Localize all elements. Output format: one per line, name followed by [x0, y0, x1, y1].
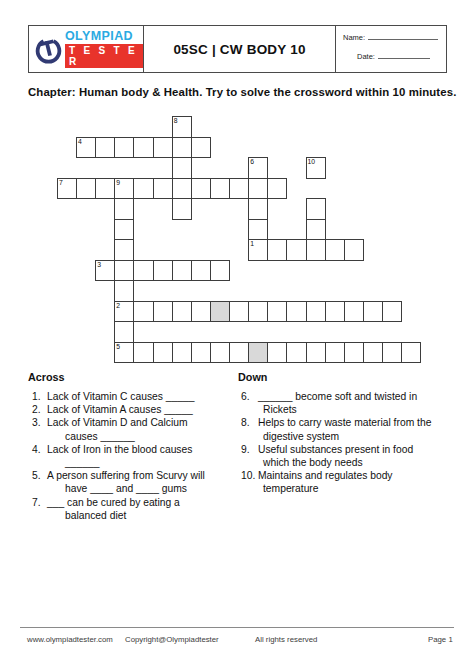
clue-text-line: digestive system [258, 430, 452, 443]
grid-cell-r9-c9[interactable] [229, 301, 249, 323]
clue-number-6: 6 [250, 159, 254, 166]
across-clue-list: 1.Lack of Vitamin C causes _____2.Lack o… [28, 390, 240, 522]
clue-text-line: which the body needs [258, 456, 452, 469]
grid-cell-r7-c3[interactable] [114, 260, 134, 282]
down-heading: Down [238, 371, 452, 383]
grid-cell-r11-c15[interactable] [344, 342, 364, 364]
grid-cell-r11-c16[interactable] [363, 342, 383, 364]
grid-cell-r11-c6[interactable] [172, 342, 192, 364]
grid-cell-r4-c6[interactable] [172, 198, 192, 220]
footer-copyright: Copyright@Olympiadtester [125, 635, 219, 644]
clue-number-1: 1 [250, 241, 254, 248]
grid-cell-r11-c11[interactable] [267, 342, 287, 364]
grid-cell-r6-c13[interactable] [306, 239, 326, 261]
grid-cell-r1-c5[interactable] [153, 137, 173, 159]
grid-cell-r3-c11[interactable] [267, 178, 287, 200]
grid-cell-r9-c4[interactable] [133, 301, 153, 323]
grid-cell-r11-c18[interactable] [401, 342, 421, 364]
grid-cell-r9-c11[interactable] [267, 301, 287, 323]
grid-cell-r9-c17[interactable] [382, 301, 402, 323]
clue-label: 1. [32, 390, 47, 403]
across-clue-7: 7.___ can be cured by eating abalanced d… [28, 496, 240, 522]
grid-cell-r7-c6[interactable] [172, 260, 192, 282]
grid-cell-r9-c8[interactable] [210, 301, 230, 323]
grid-cell-r9-c6[interactable] [172, 301, 192, 323]
clue-label: 6. [241, 390, 258, 416]
across-heading: Across [28, 371, 240, 383]
clue-label: 4. [32, 443, 47, 469]
across-clue-1: 1.Lack of Vitamin C causes _____ [28, 390, 240, 403]
crossword-grid: 84610791325 [0, 0, 474, 663]
clue-text-line: Useful substances present in food [258, 443, 452, 456]
clue-number-8: 8 [174, 118, 178, 125]
grid-cell-r1-c6[interactable] [172, 137, 192, 159]
clue-label: 9. [241, 443, 258, 469]
clue-text-line: Lack of Iron in the blood causes [47, 443, 240, 456]
clue-text-line: causes ______ [47, 430, 240, 443]
grid-cell-r9-c5[interactable] [153, 301, 173, 323]
clue-number-2: 2 [116, 303, 120, 310]
grid-cell-r8-c3[interactable] [114, 280, 134, 302]
clue-text-line: Maintains and regulates body [258, 469, 452, 482]
grid-cell-r9-c7[interactable] [191, 301, 211, 323]
clue-text-line: Rickets [258, 403, 452, 416]
footer-divider [20, 627, 454, 628]
down-clue-10: 10.Maintains and regulates bodytemperatu… [238, 469, 452, 495]
across-clue-3: 3.Lack of Vitamin D and Calciumcauses __… [28, 416, 240, 442]
grid-cell-r11-c13[interactable] [306, 342, 326, 364]
grid-cell-r11-c8[interactable] [210, 342, 230, 364]
grid-cell-r9-c15[interactable] [344, 301, 364, 323]
clue-text-line: A person suffering from Scurvy will [47, 469, 240, 482]
grid-cell-r4-c13[interactable] [306, 198, 326, 220]
grid-cell-r9-c14[interactable] [325, 301, 345, 323]
grid-cell-r4-c10[interactable] [248, 198, 268, 220]
grid-cell-r11-c9[interactable] [229, 342, 249, 364]
grid-cell-r3-c10[interactable] [248, 178, 268, 200]
grid-cell-r11-c17[interactable] [382, 342, 402, 364]
worksheet-page: OLYMPIAD T E S T E R 05SC | CW BODY 10 N… [0, 0, 474, 663]
grid-cell-r7-c8[interactable] [210, 260, 230, 282]
clue-number-7: 7 [59, 180, 63, 187]
grid-cell-r3-c1[interactable] [76, 178, 96, 200]
clue-number-3: 3 [97, 262, 101, 269]
clue-label: 3. [32, 416, 47, 442]
grid-cell-r5-c10[interactable] [248, 219, 268, 241]
down-clue-list: 6.______ become soft and twisted inRicke… [238, 390, 452, 496]
clue-number-4: 4 [78, 139, 82, 146]
grid-cell-r3-c9[interactable] [229, 178, 249, 200]
grid-cell-r6-c11[interactable] [267, 239, 287, 261]
clue-number-9: 9 [116, 180, 120, 187]
clue-text-line: Lack of Vitamin A causes _____ [47, 403, 240, 416]
down-clue-8: 8.Helps to carry waste material from the… [238, 416, 452, 442]
across-clue-2: 2.Lack of Vitamin A causes _____ [28, 403, 240, 416]
grid-cell-r4-c3[interactable] [114, 198, 134, 220]
down-clue-9: 9.Useful substances present in foodwhich… [238, 443, 452, 469]
grid-cell-r9-c16[interactable] [363, 301, 383, 323]
clue-label: 7. [32, 496, 47, 522]
clue-label: 10. [241, 469, 258, 495]
grid-cell-r3-c2[interactable] [95, 178, 115, 200]
grid-cell-r3-c6[interactable] [172, 178, 192, 200]
grid-cell-r11-c10[interactable] [248, 342, 268, 364]
clue-text-line: ______ become soft and twisted in [258, 390, 452, 403]
across-clues: Across 1.Lack of Vitamin C causes _____2… [28, 371, 240, 522]
grid-cell-r1-c4[interactable] [133, 137, 153, 159]
down-clue-6: 6.______ become soft and twisted inRicke… [238, 390, 452, 416]
grid-cell-r6-c12[interactable] [286, 239, 306, 261]
grid-cell-r1-c2[interactable] [95, 137, 115, 159]
grid-cell-r7-c5[interactable] [153, 260, 173, 282]
footer-page-number: Page 1 [428, 635, 453, 644]
clue-label: 2. [32, 403, 47, 416]
clue-text-line: ___ can be cured by eating a [47, 496, 240, 509]
grid-cell-r7-c7[interactable] [191, 260, 211, 282]
grid-cell-r11-c14[interactable] [325, 342, 345, 364]
across-clue-5: 5.A person suffering from Scurvy willhav… [28, 469, 240, 495]
grid-cell-r11-c4[interactable] [133, 342, 153, 364]
across-clue-4: 4.Lack of Iron in the blood causes______ [28, 443, 240, 469]
grid-cell-r3-c4[interactable] [133, 178, 153, 200]
grid-cell-r3-c8[interactable] [210, 178, 230, 200]
grid-cell-r9-c10[interactable] [248, 301, 268, 323]
clue-text-line: Helps to carry waste material from the [258, 416, 452, 429]
clue-number-5: 5 [116, 344, 120, 351]
grid-cell-r3-c5[interactable] [153, 178, 173, 200]
grid-cell-r1-c3[interactable] [114, 137, 134, 159]
grid-cell-r11-c12[interactable] [286, 342, 306, 364]
grid-cell-r5-c3[interactable] [114, 219, 134, 241]
clue-text-line: Lack of Vitamin D and Calcium [47, 416, 240, 429]
grid-cell-r2-c6[interactable] [172, 157, 192, 179]
grid-cell-r6-c14[interactable] [325, 239, 345, 261]
grid-cell-r9-c13[interactable] [306, 301, 326, 323]
down-clues: Down 6.______ become soft and twisted in… [238, 371, 452, 496]
grid-cell-r6-c3[interactable] [114, 239, 134, 261]
grid-cell-r9-c12[interactable] [286, 301, 306, 323]
grid-cell-r10-c3[interactable] [114, 321, 134, 343]
grid-cell-r3-c7[interactable] [191, 178, 211, 200]
clue-text-line: balanced diet [47, 509, 240, 522]
grid-cell-r5-c13[interactable] [306, 219, 326, 241]
grid-cell-r11-c7[interactable] [191, 342, 211, 364]
footer-website: www.olympiadtester.com [27, 635, 113, 644]
clue-number-10: 10 [308, 159, 316, 166]
clue-label: 8. [241, 416, 258, 442]
clue-label: 5. [32, 469, 47, 495]
grid-cell-r11-c5[interactable] [153, 342, 173, 364]
clue-text-line: Lack of Vitamin C causes _____ [47, 390, 240, 403]
clue-text-line: temperature [258, 482, 452, 495]
grid-cell-r7-c4[interactable] [133, 260, 153, 282]
footer-rights: All rights reserved [255, 635, 317, 644]
clue-text-line: ______ [47, 456, 240, 469]
clue-text-line: have ____ and ____ gums [47, 482, 240, 495]
grid-cell-r1-c7[interactable] [191, 137, 211, 159]
grid-cell-r6-c15[interactable] [344, 239, 364, 261]
